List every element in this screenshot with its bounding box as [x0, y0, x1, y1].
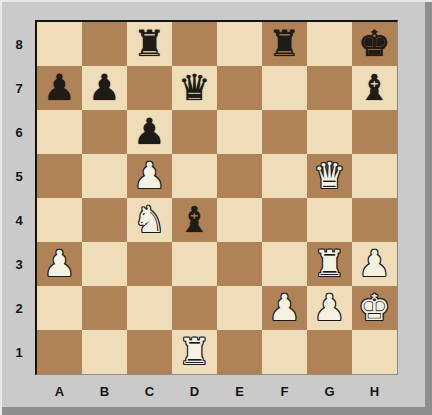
piece-black-bishop[interactable]: ♝ — [358, 66, 390, 110]
square-d1[interactable]: ♜ — [172, 330, 217, 374]
square-f7[interactable] — [262, 66, 307, 110]
square-f6[interactable] — [262, 110, 307, 154]
square-d8[interactable] — [172, 22, 217, 66]
square-h5[interactable] — [352, 154, 397, 198]
rank-label-3: 3 — [6, 242, 32, 286]
file-label-b: B — [82, 379, 127, 403]
square-c3[interactable] — [127, 242, 172, 286]
square-e5[interactable] — [217, 154, 262, 198]
square-g3[interactable]: ♜ — [307, 242, 352, 286]
rank-label-7: 7 — [6, 66, 32, 110]
piece-black-king[interactable]: ♚ — [358, 22, 390, 66]
square-b6[interactable] — [82, 110, 127, 154]
square-a1[interactable] — [37, 330, 82, 374]
file-label-d: D — [172, 379, 217, 403]
piece-white-pawn[interactable]: ♟ — [268, 286, 300, 330]
file-label-c: C — [127, 379, 172, 403]
square-d4[interactable]: ♝ — [172, 198, 217, 242]
square-c7[interactable] — [127, 66, 172, 110]
square-d5[interactable] — [172, 154, 217, 198]
square-c5[interactable]: ♟ — [127, 154, 172, 198]
file-label-a: A — [37, 379, 82, 403]
square-h3[interactable]: ♟ — [352, 242, 397, 286]
square-e4[interactable] — [217, 198, 262, 242]
piece-white-pawn[interactable]: ♟ — [43, 242, 75, 286]
square-g1[interactable] — [307, 330, 352, 374]
piece-white-pawn[interactable]: ♟ — [133, 154, 165, 198]
piece-white-pawn[interactable]: ♟ — [358, 242, 390, 286]
rank-labels: 87654321 — [6, 22, 32, 374]
square-b2[interactable] — [82, 286, 127, 330]
rank-label-2: 2 — [6, 286, 32, 330]
square-c6[interactable]: ♟ — [127, 110, 172, 154]
piece-white-queen[interactable]: ♛ — [313, 154, 345, 198]
square-f4[interactable] — [262, 198, 307, 242]
rank-label-1: 1 — [6, 330, 32, 374]
rank-label-5: 5 — [6, 154, 32, 198]
file-labels: ABCDEFGH — [37, 379, 397, 403]
piece-black-rook[interactable]: ♜ — [268, 22, 300, 66]
square-a4[interactable] — [37, 198, 82, 242]
piece-white-knight[interactable]: ♞ — [133, 198, 165, 242]
square-e6[interactable] — [217, 110, 262, 154]
square-f3[interactable] — [262, 242, 307, 286]
square-d3[interactable] — [172, 242, 217, 286]
square-e7[interactable] — [217, 66, 262, 110]
square-e1[interactable] — [217, 330, 262, 374]
square-g4[interactable] — [307, 198, 352, 242]
square-a8[interactable] — [37, 22, 82, 66]
square-c1[interactable] — [127, 330, 172, 374]
square-h6[interactable] — [352, 110, 397, 154]
square-h1[interactable] — [352, 330, 397, 374]
rank-label-6: 6 — [6, 110, 32, 154]
square-c8[interactable]: ♜ — [127, 22, 172, 66]
piece-white-rook[interactable]: ♜ — [178, 330, 210, 374]
square-a2[interactable] — [37, 286, 82, 330]
piece-white-pawn[interactable]: ♟ — [313, 286, 345, 330]
square-d2[interactable] — [172, 286, 217, 330]
piece-black-rook[interactable]: ♜ — [133, 22, 165, 66]
file-label-h: H — [352, 379, 397, 403]
file-label-g: G — [307, 379, 352, 403]
rank-label-4: 4 — [6, 198, 32, 242]
square-b5[interactable] — [82, 154, 127, 198]
chess-board: ♜♜♚♟♟♛♝♟♟♛♞♝♟♜♟♟♟♚♜ — [35, 20, 398, 375]
square-e8[interactable] — [217, 22, 262, 66]
square-c4[interactable]: ♞ — [127, 198, 172, 242]
square-h8[interactable]: ♚ — [352, 22, 397, 66]
square-f5[interactable] — [262, 154, 307, 198]
square-h4[interactable] — [352, 198, 397, 242]
square-f2[interactable]: ♟ — [262, 286, 307, 330]
square-b1[interactable] — [82, 330, 127, 374]
square-g5[interactable]: ♛ — [307, 154, 352, 198]
square-a6[interactable] — [37, 110, 82, 154]
square-a3[interactable]: ♟ — [37, 242, 82, 286]
square-g2[interactable]: ♟ — [307, 286, 352, 330]
square-f8[interactable]: ♜ — [262, 22, 307, 66]
square-d7[interactable]: ♛ — [172, 66, 217, 110]
piece-black-pawn[interactable]: ♟ — [43, 66, 75, 110]
rank-label-8: 8 — [6, 22, 32, 66]
square-g8[interactable] — [307, 22, 352, 66]
square-a5[interactable] — [37, 154, 82, 198]
square-h7[interactable]: ♝ — [352, 66, 397, 110]
square-f1[interactable] — [262, 330, 307, 374]
square-e3[interactable] — [217, 242, 262, 286]
file-label-f: F — [262, 379, 307, 403]
square-b8[interactable] — [82, 22, 127, 66]
square-d6[interactable] — [172, 110, 217, 154]
piece-white-rook[interactable]: ♜ — [313, 242, 345, 286]
square-g7[interactable] — [307, 66, 352, 110]
piece-white-king[interactable]: ♚ — [358, 286, 390, 330]
square-e2[interactable] — [217, 286, 262, 330]
square-b4[interactable] — [82, 198, 127, 242]
square-h2[interactable]: ♚ — [352, 286, 397, 330]
square-g6[interactable] — [307, 110, 352, 154]
square-c2[interactable] — [127, 286, 172, 330]
file-label-e: E — [217, 379, 262, 403]
piece-black-bishop[interactable]: ♝ — [178, 198, 210, 242]
piece-black-queen[interactable]: ♛ — [178, 66, 210, 110]
chess-diagram-frame: 87654321 ♜♜♚♟♟♛♝♟♟♛♞♝♟♜♟♟♟♚♜ ABCDEFGH — [0, 0, 432, 415]
square-b7[interactable]: ♟ — [82, 66, 127, 110]
piece-black-pawn[interactable]: ♟ — [133, 110, 165, 154]
square-a7[interactable]: ♟ — [37, 66, 82, 110]
piece-black-pawn[interactable]: ♟ — [88, 66, 120, 110]
square-b3[interactable] — [82, 242, 127, 286]
